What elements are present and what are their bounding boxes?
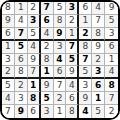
cell-r6c1[interactable]: 2 <box>2 66 15 79</box>
cell-r7c1[interactable]: 5 <box>2 79 15 92</box>
cell-r2c5[interactable]: 8 <box>54 15 67 28</box>
cell-r6c4[interactable]: 1 <box>41 66 54 79</box>
cell-r4c1[interactable]: 1 <box>2 41 15 54</box>
cell-r5c6[interactable]: 5 <box>66 54 79 67</box>
cell-r6c2[interactable]: 8 <box>15 66 28 79</box>
cell-r8c6[interactable]: 6 <box>66 92 79 105</box>
cell-r4c4[interactable]: 2 <box>41 41 54 54</box>
cell-r3c7[interactable]: 2 <box>79 28 92 41</box>
cell-r5c9[interactable]: 1 <box>105 54 118 67</box>
cell-r8c3[interactable]: 8 <box>28 92 41 105</box>
cell-r5c1[interactable]: 3 <box>2 54 15 67</box>
cell-r8c8[interactable]: 1 <box>92 92 105 105</box>
cell-r6c9[interactable]: 4 <box>105 66 118 79</box>
cell-r8c2[interactable]: 3 <box>15 92 28 105</box>
cell-r5c3[interactable]: 9 <box>28 54 41 67</box>
cell-r2c9[interactable]: 5 <box>105 15 118 28</box>
cell-r3c2[interactable]: 7 <box>15 28 28 41</box>
cell-r2c2[interactable]: 4 <box>15 15 28 28</box>
cell-r3c9[interactable]: 3 <box>105 28 118 41</box>
cell-r9c9[interactable]: 2 <box>105 105 118 118</box>
cell-r9c3[interactable]: 6 <box>28 105 41 118</box>
cell-r9c1[interactable]: 7 <box>2 105 15 118</box>
cell-r3c5[interactable]: 9 <box>54 28 67 41</box>
sudoku-grid: 8127536499436821756754912831542378963698… <box>2 2 118 118</box>
cell-r5c5[interactable]: 4 <box>54 54 67 67</box>
cell-r8c1[interactable]: 4 <box>2 92 15 105</box>
cell-r4c8[interactable]: 9 <box>92 41 105 54</box>
cell-r9c2[interactable]: 9 <box>15 105 28 118</box>
cell-r9c6[interactable]: 8 <box>66 105 79 118</box>
cell-r7c6[interactable]: 4 <box>66 79 79 92</box>
cell-r8c5[interactable]: 2 <box>54 92 67 105</box>
cell-r1c5[interactable]: 5 <box>54 2 67 15</box>
cell-r4c9[interactable]: 6 <box>105 41 118 54</box>
cell-r2c3[interactable]: 3 <box>28 15 41 28</box>
cell-r3c1[interactable]: 6 <box>2 28 15 41</box>
cell-r1c2[interactable]: 1 <box>15 2 28 15</box>
cell-r7c7[interactable]: 3 <box>79 79 92 92</box>
cell-r4c6[interactable]: 7 <box>66 41 79 54</box>
cell-r6c5[interactable]: 6 <box>54 66 67 79</box>
cell-r1c4[interactable]: 7 <box>41 2 54 15</box>
cell-r7c3[interactable]: 1 <box>28 79 41 92</box>
sudoku-board-frame: 8127536499436821756754912831542378963698… <box>0 0 120 120</box>
cell-r1c8[interactable]: 4 <box>92 2 105 15</box>
cell-r5c4[interactable]: 8 <box>41 54 54 67</box>
cell-r4c3[interactable]: 4 <box>28 41 41 54</box>
cell-r9c4[interactable]: 3 <box>41 105 54 118</box>
cell-r4c2[interactable]: 5 <box>15 41 28 54</box>
cell-r9c8[interactable]: 5 <box>92 105 105 118</box>
cell-r9c7[interactable]: 4 <box>79 105 92 118</box>
cell-r9c5[interactable]: 1 <box>54 105 67 118</box>
cell-r3c3[interactable]: 5 <box>28 28 41 41</box>
cell-r6c6[interactable]: 9 <box>66 66 79 79</box>
cell-r2c1[interactable]: 9 <box>2 15 15 28</box>
cell-r1c3[interactable]: 2 <box>28 2 41 15</box>
cell-r6c3[interactable]: 7 <box>28 66 41 79</box>
cell-r7c8[interactable]: 6 <box>92 79 105 92</box>
cell-r1c6[interactable]: 3 <box>66 2 79 15</box>
cell-r7c9[interactable]: 8 <box>105 79 118 92</box>
cell-r2c8[interactable]: 7 <box>92 15 105 28</box>
cell-r5c8[interactable]: 2 <box>92 54 105 67</box>
cell-r3c6[interactable]: 1 <box>66 28 79 41</box>
cell-r7c4[interactable]: 9 <box>41 79 54 92</box>
cell-r2c4[interactable]: 6 <box>41 15 54 28</box>
cell-r3c8[interactable]: 8 <box>92 28 105 41</box>
cell-r1c1[interactable]: 8 <box>2 2 15 15</box>
cell-r4c5[interactable]: 3 <box>54 41 67 54</box>
cell-r5c2[interactable]: 6 <box>15 54 28 67</box>
cell-r1c7[interactable]: 6 <box>79 2 92 15</box>
cell-r1c9[interactable]: 9 <box>105 2 118 15</box>
cell-r2c7[interactable]: 1 <box>79 15 92 28</box>
cell-r2c6[interactable]: 2 <box>66 15 79 28</box>
cell-r5c7[interactable]: 7 <box>79 54 92 67</box>
cell-r8c9[interactable]: 7 <box>105 92 118 105</box>
cell-r7c5[interactable]: 7 <box>54 79 67 92</box>
cell-r7c2[interactable]: 2 <box>15 79 28 92</box>
cell-r3c4[interactable]: 4 <box>41 28 54 41</box>
cell-r6c7[interactable]: 5 <box>79 66 92 79</box>
cell-r8c4[interactable]: 5 <box>41 92 54 105</box>
cell-r4c7[interactable]: 8 <box>79 41 92 54</box>
cell-r6c8[interactable]: 3 <box>92 66 105 79</box>
cell-r8c7[interactable]: 9 <box>79 92 92 105</box>
